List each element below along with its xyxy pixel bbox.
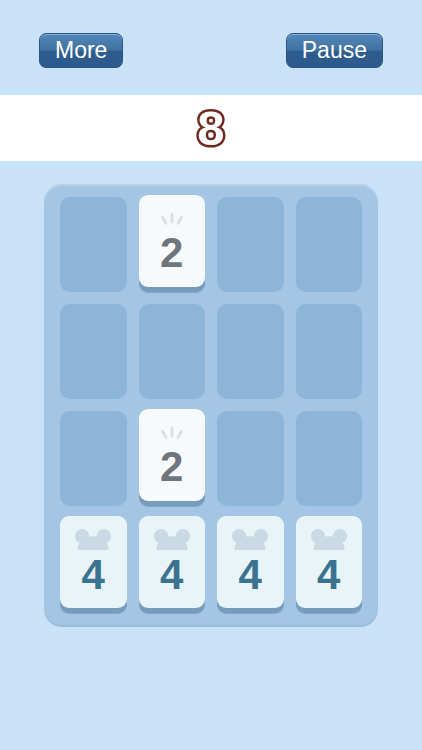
board-cell-r3c3	[217, 411, 284, 506]
score-display: 8	[161, 98, 261, 158]
mouse-ears-icon	[310, 529, 348, 550]
board-cell-r4c2: 4	[139, 518, 206, 613]
board-grid: 2 2	[60, 197, 362, 613]
tile-2[interactable]: 2	[139, 195, 206, 287]
board-cell-r4c1: 4	[60, 518, 127, 613]
tile-value: 4	[160, 550, 183, 608]
board-cell-r2c4	[296, 304, 363, 399]
game-board[interactable]: 2 2	[44, 184, 378, 627]
pause-button[interactable]: Pause	[286, 33, 383, 68]
spark-icon	[159, 426, 185, 440]
tile-value: 2	[160, 440, 183, 501]
board-cell-r2c2	[139, 304, 206, 399]
board-cell-r1c4	[296, 197, 363, 292]
tile-4[interactable]: 4	[139, 516, 206, 608]
tile-value: 4	[82, 550, 105, 608]
board-cell-r1c2: 2	[139, 197, 206, 292]
tile-4[interactable]: 4	[217, 516, 284, 608]
app-screen: More Pause 8 2	[0, 0, 422, 750]
tile-value: 4	[239, 550, 262, 608]
board-cell-r3c1	[60, 411, 127, 506]
top-toolbar: More Pause	[0, 0, 422, 95]
mouse-ears-icon	[231, 529, 269, 550]
board-cell-r3c4	[296, 411, 363, 506]
board-cell-r4c4: 4	[296, 518, 363, 613]
tile-value: 4	[317, 550, 340, 608]
mouse-ears-icon	[153, 529, 191, 550]
more-button[interactable]: More	[39, 33, 123, 68]
board-cell-r1c3	[217, 197, 284, 292]
score-bar: 8	[0, 95, 422, 161]
mouse-ears-icon	[74, 529, 112, 550]
board-cell-r2c3	[217, 304, 284, 399]
tile-value: 2	[160, 226, 183, 287]
board-cell-r3c2: 2	[139, 411, 206, 506]
board-cell-r2c1	[60, 304, 127, 399]
tile-2[interactable]: 2	[139, 409, 206, 501]
board-cell-r1c1	[60, 197, 127, 292]
spark-icon	[159, 212, 185, 226]
tile-4[interactable]: 4	[296, 516, 363, 608]
tile-4[interactable]: 4	[60, 516, 127, 608]
score-value: 8	[197, 101, 224, 155]
board-cell-r4c3: 4	[217, 518, 284, 613]
